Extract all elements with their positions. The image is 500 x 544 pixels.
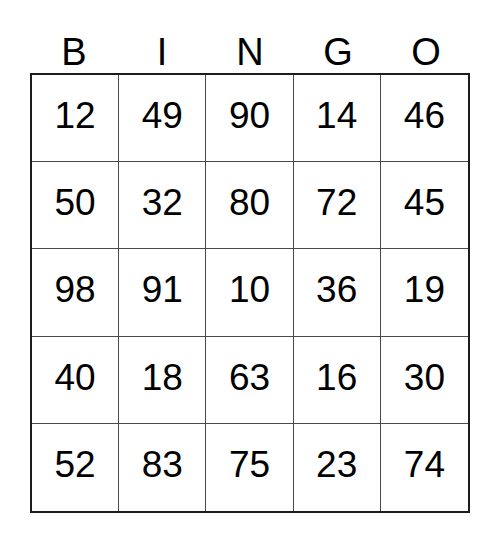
- cell-r1c2[interactable]: 49: [119, 75, 206, 162]
- cell-r2c3[interactable]: 80: [206, 162, 293, 249]
- cell-r1c5[interactable]: 46: [381, 75, 468, 162]
- cell-r5c1[interactable]: 52: [32, 424, 119, 511]
- cell-r1c4[interactable]: 14: [294, 75, 381, 162]
- header-letter-g: G: [294, 33, 382, 73]
- cell-r2c2[interactable]: 32: [119, 162, 206, 249]
- cell-r4c1[interactable]: 40: [32, 337, 119, 424]
- cell-r4c4[interactable]: 16: [294, 337, 381, 424]
- cell-r4c2[interactable]: 18: [119, 337, 206, 424]
- cell-r2c1[interactable]: 50: [32, 162, 119, 249]
- cell-r4c5[interactable]: 30: [381, 337, 468, 424]
- cell-r5c5[interactable]: 74: [381, 424, 468, 511]
- cell-r3c5[interactable]: 19: [381, 249, 468, 336]
- cell-r5c4[interactable]: 23: [294, 424, 381, 511]
- cell-r3c3[interactable]: 10: [206, 249, 293, 336]
- cell-r2c4[interactable]: 72: [294, 162, 381, 249]
- header-letter-n: N: [206, 33, 294, 73]
- bingo-grid: 12 49 90 14 46 50 32 80 72 45 98 91 10 3…: [30, 73, 470, 513]
- cell-r1c1[interactable]: 12: [32, 75, 119, 162]
- header-letter-b: B: [30, 33, 118, 73]
- cell-r5c2[interactable]: 83: [119, 424, 206, 511]
- bingo-card: B I N G O 12 49 90 14 46 50 32 80 72 45 …: [30, 0, 470, 513]
- cell-r3c2[interactable]: 91: [119, 249, 206, 336]
- cell-r1c3[interactable]: 90: [206, 75, 293, 162]
- cell-r3c4[interactable]: 36: [294, 249, 381, 336]
- header-letter-o: O: [382, 33, 470, 73]
- cell-r4c3[interactable]: 63: [206, 337, 293, 424]
- cell-r5c3[interactable]: 75: [206, 424, 293, 511]
- cell-r2c5[interactable]: 45: [381, 162, 468, 249]
- bingo-header-row: B I N G O: [30, 0, 470, 73]
- header-letter-i: I: [118, 33, 206, 73]
- cell-r3c1[interactable]: 98: [32, 249, 119, 336]
